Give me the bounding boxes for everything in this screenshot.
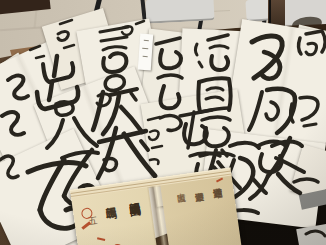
brush-stroke	[93, 92, 103, 130]
brush-stroke	[211, 56, 228, 70]
brush-stroke	[230, 143, 259, 148]
brush-stroke	[141, 141, 148, 150]
brush-stroke	[64, 45, 74, 48]
sheet-characters-top-small	[58, 20, 144, 48]
sheet-characters-far-left	[0, 75, 28, 177]
brush-stroke	[103, 47, 126, 50]
brush-stroke	[131, 93, 136, 100]
brush-stroke	[54, 56, 57, 76]
brush-stroke	[2, 112, 24, 135]
brush-stroke	[196, 44, 203, 67]
brush-stroke	[300, 97, 318, 120]
brush-stroke	[161, 86, 180, 108]
brush-stroke	[278, 174, 300, 193]
brush-stroke	[206, 88, 223, 100]
brush-stroke	[306, 231, 325, 236]
brush-stroke	[100, 27, 128, 32]
brush-stroke	[202, 117, 230, 120]
sheet-characters-center	[93, 89, 155, 178]
brush-stroke	[58, 32, 68, 41]
photo-canvas: 歸王鳴國 歸王鳴 五 遊通壹體率 遊逅壹體率 五出吉陵	[0, 0, 326, 245]
brush-stroke	[180, 110, 212, 116]
paper-name-tag	[138, 34, 153, 71]
brush-stroke	[266, 102, 278, 120]
brush-stroke	[160, 50, 181, 68]
brush-stroke	[43, 63, 73, 82]
brush-stroke	[0, 156, 18, 177]
brush-stroke	[249, 92, 262, 130]
brush-stroke	[105, 76, 124, 91]
copybook-right-page	[160, 175, 243, 245]
brush-stroke	[304, 124, 316, 126]
brush-stroke	[149, 131, 159, 140]
brush-stroke	[30, 46, 44, 58]
brush-stroke	[150, 146, 162, 164]
brush-stroke	[158, 75, 182, 78]
brush-stroke	[156, 38, 180, 44]
brush-stroke	[306, 43, 317, 55]
tag-writing-mark	[144, 40, 149, 41]
brush-stroke	[210, 46, 228, 48]
brush-stroke	[47, 120, 63, 148]
brush-stroke	[208, 35, 228, 40]
brush-stroke	[199, 78, 231, 110]
brush-stroke	[148, 117, 160, 120]
brush-stroke	[294, 179, 318, 182]
brush-stroke	[101, 37, 127, 41]
sheet-characters-right	[249, 36, 304, 176]
brush-stroke	[160, 116, 181, 131]
brush-stroke	[121, 107, 142, 132]
brush-stroke	[222, 150, 227, 156]
brush-stroke	[103, 53, 126, 72]
brush-stroke	[299, 38, 301, 54]
brush-stroke	[49, 82, 52, 100]
brush-stroke	[198, 82, 200, 112]
tag-writing-mark	[142, 48, 148, 49]
sheet-characters-corner	[306, 231, 325, 236]
brush-stroke	[60, 20, 72, 24]
sheet-characters-left	[30, 46, 98, 205]
brush-stroke	[62, 152, 98, 158]
tag-writing-mark	[143, 56, 148, 57]
brush-stroke	[8, 75, 28, 98]
